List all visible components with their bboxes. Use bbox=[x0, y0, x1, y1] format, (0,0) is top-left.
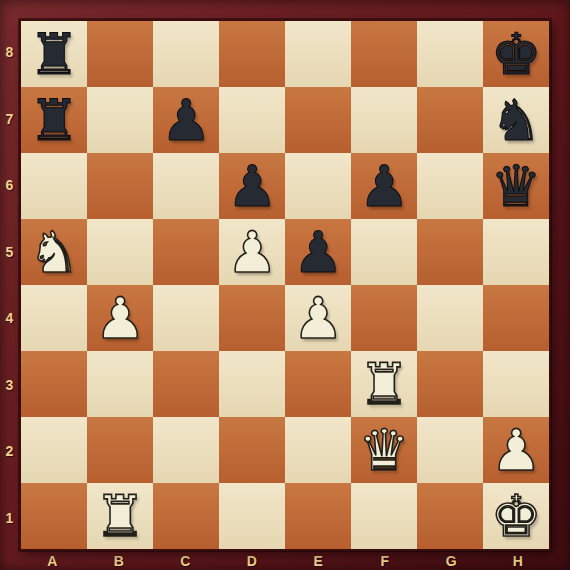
square-d8[interactable] bbox=[219, 21, 285, 87]
square-a7[interactable]: ♜ bbox=[21, 87, 87, 153]
square-b6[interactable] bbox=[87, 153, 153, 219]
square-h1[interactable]: ♚ bbox=[483, 483, 549, 549]
square-h4[interactable] bbox=[483, 285, 549, 351]
square-b3[interactable] bbox=[87, 351, 153, 417]
piece-white-pawn[interactable]: ♟ bbox=[94, 285, 145, 351]
piece-black-king[interactable]: ♚ bbox=[490, 21, 541, 87]
square-e5[interactable]: ♟ bbox=[285, 219, 351, 285]
rank-label-7: 7 bbox=[0, 86, 19, 153]
file-label-f: F bbox=[352, 551, 419, 570]
square-f2[interactable]: ♛ bbox=[351, 417, 417, 483]
square-a2[interactable] bbox=[21, 417, 87, 483]
square-h5[interactable] bbox=[483, 219, 549, 285]
square-f4[interactable] bbox=[351, 285, 417, 351]
square-e3[interactable] bbox=[285, 351, 351, 417]
rank-label-1: 1 bbox=[0, 485, 19, 552]
square-d1[interactable] bbox=[219, 483, 285, 549]
square-g1[interactable] bbox=[417, 483, 483, 549]
square-e4[interactable]: ♟ bbox=[285, 285, 351, 351]
piece-white-rook[interactable]: ♜ bbox=[358, 351, 409, 417]
square-c5[interactable] bbox=[153, 219, 219, 285]
square-c7[interactable]: ♟ bbox=[153, 87, 219, 153]
square-a6[interactable] bbox=[21, 153, 87, 219]
chess-board: ♜♚♜♟♞♟♟♛♞♟♟♟♟♜♛♟♜♚ bbox=[19, 19, 551, 551]
rank-label-4: 4 bbox=[0, 285, 19, 352]
square-b2[interactable] bbox=[87, 417, 153, 483]
square-g5[interactable] bbox=[417, 219, 483, 285]
square-g7[interactable] bbox=[417, 87, 483, 153]
square-b1[interactable]: ♜ bbox=[87, 483, 153, 549]
square-f3[interactable]: ♜ bbox=[351, 351, 417, 417]
square-h7[interactable]: ♞ bbox=[483, 87, 549, 153]
file-labels: ABCDEFGH bbox=[19, 551, 551, 570]
square-g4[interactable] bbox=[417, 285, 483, 351]
piece-white-queen[interactable]: ♛ bbox=[358, 417, 409, 483]
file-label-e: E bbox=[285, 551, 352, 570]
square-f6[interactable]: ♟ bbox=[351, 153, 417, 219]
rank-label-3: 3 bbox=[0, 352, 19, 419]
square-f5[interactable] bbox=[351, 219, 417, 285]
file-label-g: G bbox=[418, 551, 485, 570]
rank-label-8: 8 bbox=[0, 19, 19, 86]
square-d5[interactable]: ♟ bbox=[219, 219, 285, 285]
piece-white-pawn[interactable]: ♟ bbox=[292, 285, 343, 351]
square-g8[interactable] bbox=[417, 21, 483, 87]
square-b4[interactable]: ♟ bbox=[87, 285, 153, 351]
square-f1[interactable] bbox=[351, 483, 417, 549]
piece-white-knight[interactable]: ♞ bbox=[28, 219, 79, 285]
square-c8[interactable] bbox=[153, 21, 219, 87]
square-f7[interactable] bbox=[351, 87, 417, 153]
square-b5[interactable] bbox=[87, 219, 153, 285]
file-label-a: A bbox=[19, 551, 86, 570]
piece-black-rook[interactable]: ♜ bbox=[28, 21, 79, 87]
square-g2[interactable] bbox=[417, 417, 483, 483]
square-e8[interactable] bbox=[285, 21, 351, 87]
square-b8[interactable] bbox=[87, 21, 153, 87]
square-f8[interactable] bbox=[351, 21, 417, 87]
piece-black-pawn[interactable]: ♟ bbox=[160, 87, 211, 153]
piece-white-rook[interactable]: ♜ bbox=[94, 483, 145, 549]
piece-white-pawn[interactable]: ♟ bbox=[490, 417, 541, 483]
square-h6[interactable]: ♛ bbox=[483, 153, 549, 219]
square-d6[interactable]: ♟ bbox=[219, 153, 285, 219]
board-frame: 87654321 ABCDEFGH ♜♚♜♟♞♟♟♛♞♟♟♟♟♜♛♟♜♚ bbox=[0, 0, 570, 570]
piece-white-pawn[interactable]: ♟ bbox=[226, 219, 277, 285]
piece-black-pawn[interactable]: ♟ bbox=[358, 153, 409, 219]
square-d2[interactable] bbox=[219, 417, 285, 483]
square-e1[interactable] bbox=[285, 483, 351, 549]
file-label-b: B bbox=[86, 551, 153, 570]
rank-labels: 87654321 bbox=[0, 19, 19, 551]
square-d4[interactable] bbox=[219, 285, 285, 351]
square-c4[interactable] bbox=[153, 285, 219, 351]
piece-black-queen[interactable]: ♛ bbox=[490, 153, 541, 219]
square-a8[interactable]: ♜ bbox=[21, 21, 87, 87]
square-g3[interactable] bbox=[417, 351, 483, 417]
piece-black-rook[interactable]: ♜ bbox=[28, 87, 79, 153]
piece-black-pawn[interactable]: ♟ bbox=[292, 219, 343, 285]
rank-label-2: 2 bbox=[0, 418, 19, 485]
square-e6[interactable] bbox=[285, 153, 351, 219]
square-a3[interactable] bbox=[21, 351, 87, 417]
rank-label-6: 6 bbox=[0, 152, 19, 219]
file-label-h: H bbox=[485, 551, 552, 570]
rank-label-5: 5 bbox=[0, 219, 19, 286]
square-b7[interactable] bbox=[87, 87, 153, 153]
square-h2[interactable]: ♟ bbox=[483, 417, 549, 483]
square-d7[interactable] bbox=[219, 87, 285, 153]
square-h3[interactable] bbox=[483, 351, 549, 417]
piece-black-pawn[interactable]: ♟ bbox=[226, 153, 277, 219]
square-c3[interactable] bbox=[153, 351, 219, 417]
file-label-c: C bbox=[152, 551, 219, 570]
square-e7[interactable] bbox=[285, 87, 351, 153]
square-h8[interactable]: ♚ bbox=[483, 21, 549, 87]
square-a4[interactable] bbox=[21, 285, 87, 351]
square-a1[interactable] bbox=[21, 483, 87, 549]
square-c6[interactable] bbox=[153, 153, 219, 219]
piece-black-knight[interactable]: ♞ bbox=[490, 87, 541, 153]
square-c2[interactable] bbox=[153, 417, 219, 483]
square-e2[interactable] bbox=[285, 417, 351, 483]
piece-white-king[interactable]: ♚ bbox=[490, 483, 541, 549]
square-a5[interactable]: ♞ bbox=[21, 219, 87, 285]
file-label-d: D bbox=[219, 551, 286, 570]
square-g6[interactable] bbox=[417, 153, 483, 219]
square-d3[interactable] bbox=[219, 351, 285, 417]
square-c1[interactable] bbox=[153, 483, 219, 549]
